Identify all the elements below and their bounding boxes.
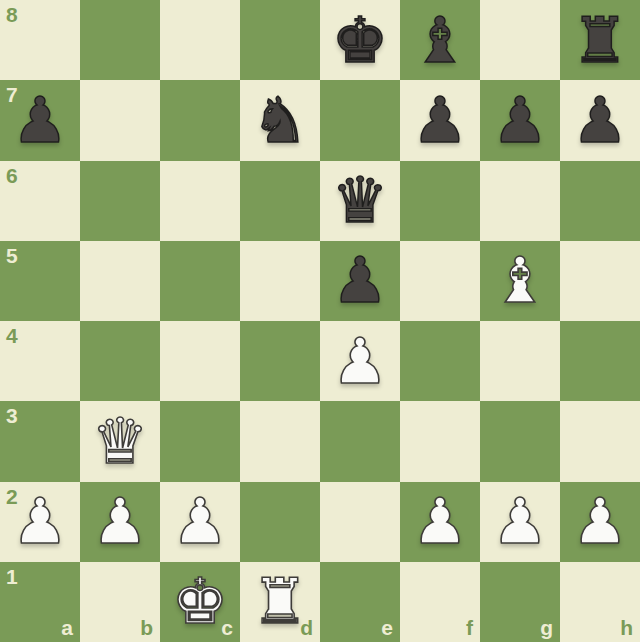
piece-white-pawn[interactable]: ♟ xyxy=(0,482,80,562)
square-a5[interactable]: 5 xyxy=(0,241,80,321)
square-h5[interactable] xyxy=(560,241,640,321)
piece-white-rook[interactable]: ♜ xyxy=(240,562,320,642)
piece-black-bishop[interactable]: ♝ xyxy=(400,0,480,80)
file-label-e: e xyxy=(381,617,393,638)
square-a2[interactable]: 2♟ xyxy=(0,482,80,562)
square-b6[interactable] xyxy=(80,161,160,241)
square-a4[interactable]: 4 xyxy=(0,321,80,401)
square-f3[interactable] xyxy=(400,401,480,481)
square-e1[interactable]: e xyxy=(320,562,400,642)
square-d3[interactable] xyxy=(240,401,320,481)
square-f1[interactable]: f xyxy=(400,562,480,642)
rank-label-6: 6 xyxy=(6,165,18,186)
square-e5[interactable]: ♟ xyxy=(320,241,400,321)
square-f8[interactable]: ♝ xyxy=(400,0,480,80)
square-f6[interactable] xyxy=(400,161,480,241)
square-c7[interactable] xyxy=(160,80,240,160)
square-g4[interactable] xyxy=(480,321,560,401)
square-h6[interactable] xyxy=(560,161,640,241)
square-c3[interactable] xyxy=(160,401,240,481)
square-h2[interactable]: ♟ xyxy=(560,482,640,562)
piece-white-king[interactable]: ♚ xyxy=(160,562,240,642)
piece-black-king[interactable]: ♚ xyxy=(320,0,400,80)
square-h3[interactable] xyxy=(560,401,640,481)
square-h8[interactable]: ♜ xyxy=(560,0,640,80)
square-e6[interactable]: ♛ xyxy=(320,161,400,241)
square-b4[interactable] xyxy=(80,321,160,401)
piece-black-queen[interactable]: ♛ xyxy=(320,161,400,241)
file-label-a: a xyxy=(61,617,73,638)
square-d6[interactable] xyxy=(240,161,320,241)
square-h1[interactable]: h xyxy=(560,562,640,642)
square-c2[interactable]: ♟ xyxy=(160,482,240,562)
square-g2[interactable]: ♟ xyxy=(480,482,560,562)
piece-white-pawn[interactable]: ♟ xyxy=(160,482,240,562)
square-a1[interactable]: 1a xyxy=(0,562,80,642)
square-b3[interactable]: ♛ xyxy=(80,401,160,481)
chess-board: 8♚♝♜7♟♞♟♟♟6♛5♟♝4♟3♛2♟♟♟♟♟♟1abc♚d♜efgh xyxy=(0,0,640,642)
rank-label-3: 3 xyxy=(6,405,18,426)
file-label-b: b xyxy=(140,617,153,638)
piece-white-pawn[interactable]: ♟ xyxy=(80,482,160,562)
square-c1[interactable]: c♚ xyxy=(160,562,240,642)
square-d2[interactable] xyxy=(240,482,320,562)
piece-white-pawn[interactable]: ♟ xyxy=(320,321,400,401)
rank-label-8: 8 xyxy=(6,4,18,25)
square-f2[interactable]: ♟ xyxy=(400,482,480,562)
square-a7[interactable]: 7♟ xyxy=(0,80,80,160)
square-b7[interactable] xyxy=(80,80,160,160)
square-g1[interactable]: g xyxy=(480,562,560,642)
square-e7[interactable] xyxy=(320,80,400,160)
square-a6[interactable]: 6 xyxy=(0,161,80,241)
rank-label-1: 1 xyxy=(6,566,18,587)
square-h7[interactable]: ♟ xyxy=(560,80,640,160)
square-e3[interactable] xyxy=(320,401,400,481)
piece-black-knight[interactable]: ♞ xyxy=(240,80,320,160)
square-g5[interactable]: ♝ xyxy=(480,241,560,321)
square-h4[interactable] xyxy=(560,321,640,401)
file-label-f: f xyxy=(466,617,473,638)
rank-label-4: 4 xyxy=(6,325,18,346)
piece-white-pawn[interactable]: ♟ xyxy=(560,482,640,562)
square-d1[interactable]: d♜ xyxy=(240,562,320,642)
piece-black-pawn[interactable]: ♟ xyxy=(560,80,640,160)
square-g8[interactable] xyxy=(480,0,560,80)
file-label-g: g xyxy=(540,617,553,638)
square-f4[interactable] xyxy=(400,321,480,401)
piece-black-pawn[interactable]: ♟ xyxy=(400,80,480,160)
square-f5[interactable] xyxy=(400,241,480,321)
piece-white-queen[interactable]: ♛ xyxy=(80,401,160,481)
piece-black-pawn[interactable]: ♟ xyxy=(480,80,560,160)
rank-label-5: 5 xyxy=(6,245,18,266)
square-f7[interactable]: ♟ xyxy=(400,80,480,160)
piece-black-pawn[interactable]: ♟ xyxy=(320,241,400,321)
square-g6[interactable] xyxy=(480,161,560,241)
square-b1[interactable]: b xyxy=(80,562,160,642)
square-g7[interactable]: ♟ xyxy=(480,80,560,160)
square-e2[interactable] xyxy=(320,482,400,562)
piece-white-pawn[interactable]: ♟ xyxy=(480,482,560,562)
square-c8[interactable] xyxy=(160,0,240,80)
square-b8[interactable] xyxy=(80,0,160,80)
square-b5[interactable] xyxy=(80,241,160,321)
square-e8[interactable]: ♚ xyxy=(320,0,400,80)
square-a3[interactable]: 3 xyxy=(0,401,80,481)
square-c4[interactable] xyxy=(160,321,240,401)
square-b2[interactable]: ♟ xyxy=(80,482,160,562)
square-d4[interactable] xyxy=(240,321,320,401)
square-a8[interactable]: 8 xyxy=(0,0,80,80)
square-d8[interactable] xyxy=(240,0,320,80)
piece-white-bishop[interactable]: ♝ xyxy=(480,241,560,321)
piece-white-pawn[interactable]: ♟ xyxy=(400,482,480,562)
square-d5[interactable] xyxy=(240,241,320,321)
square-e4[interactable]: ♟ xyxy=(320,321,400,401)
square-c5[interactable] xyxy=(160,241,240,321)
piece-black-pawn[interactable]: ♟ xyxy=(0,80,80,160)
square-g3[interactable] xyxy=(480,401,560,481)
square-c6[interactable] xyxy=(160,161,240,241)
piece-black-rook[interactable]: ♜ xyxy=(560,0,640,80)
square-d7[interactable]: ♞ xyxy=(240,80,320,160)
file-label-h: h xyxy=(620,617,633,638)
